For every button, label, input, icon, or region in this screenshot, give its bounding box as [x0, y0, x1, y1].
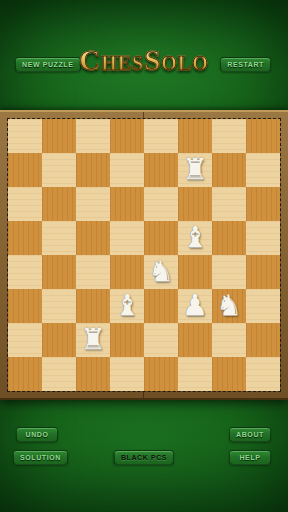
chessolo-app-screen: NEW PUZZLE ChesSolo RESTART ♜♝♞♝♟♞♜ UNDO… [0, 0, 288, 512]
help-button[interactable]: HELP [229, 450, 271, 465]
board-square-f5[interactable]: ♝ [178, 221, 212, 255]
restart-button[interactable]: RESTART [220, 57, 271, 72]
board-square-c3[interactable] [76, 289, 110, 323]
board-square-d1[interactable] [110, 357, 144, 391]
board-square-c4[interactable] [76, 255, 110, 289]
board-square-h8[interactable] [246, 119, 280, 153]
chess-board[interactable]: ♜♝♞♝♟♞♜ [7, 118, 281, 392]
board-square-b6[interactable] [42, 187, 76, 221]
undo-button[interactable]: UNDO [16, 427, 58, 442]
board-square-a7[interactable] [8, 153, 42, 187]
white-bishop-d3[interactable]: ♝ [114, 291, 140, 320]
board-square-b5[interactable] [42, 221, 76, 255]
board-square-b7[interactable] [42, 153, 76, 187]
board-square-f1[interactable] [178, 357, 212, 391]
board-square-h7[interactable] [246, 153, 280, 187]
board-square-h1[interactable] [246, 357, 280, 391]
white-knight-e4[interactable]: ♞ [148, 257, 174, 286]
board-square-b2[interactable] [42, 323, 76, 357]
white-pawn-f3[interactable]: ♟ [182, 291, 208, 320]
board-square-b3[interactable] [42, 289, 76, 323]
board-square-g1[interactable] [212, 357, 246, 391]
board-square-a1[interactable] [8, 357, 42, 391]
board-square-a2[interactable] [8, 323, 42, 357]
board-square-e3[interactable] [144, 289, 178, 323]
board-frame: ♜♝♞♝♟♞♜ [0, 110, 288, 400]
board-square-g6[interactable] [212, 187, 246, 221]
board-square-c1[interactable] [76, 357, 110, 391]
board-square-g7[interactable] [212, 153, 246, 187]
board-square-f4[interactable] [178, 255, 212, 289]
board-square-f3[interactable]: ♟ [178, 289, 212, 323]
board-square-d3[interactable]: ♝ [110, 289, 144, 323]
board-square-d6[interactable] [110, 187, 144, 221]
board-square-g4[interactable] [212, 255, 246, 289]
board-square-f8[interactable] [178, 119, 212, 153]
board-square-c5[interactable] [76, 221, 110, 255]
board-square-b1[interactable] [42, 357, 76, 391]
board-square-f6[interactable] [178, 187, 212, 221]
board-square-e6[interactable] [144, 187, 178, 221]
board-square-g3[interactable]: ♞ [212, 289, 246, 323]
board-square-e8[interactable] [144, 119, 178, 153]
board-square-f7[interactable]: ♜ [178, 153, 212, 187]
board-square-c8[interactable] [76, 119, 110, 153]
frame-seam-bottom [143, 391, 144, 398]
board-square-g2[interactable] [212, 323, 246, 357]
board-square-a8[interactable] [8, 119, 42, 153]
board-square-d4[interactable] [110, 255, 144, 289]
board-square-d2[interactable] [110, 323, 144, 357]
board-square-a6[interactable] [8, 187, 42, 221]
frame-seam-top [143, 112, 144, 119]
white-rook-f7[interactable]: ♜ [182, 155, 208, 184]
board-square-d5[interactable] [110, 221, 144, 255]
board-square-a3[interactable] [8, 289, 42, 323]
board-square-h2[interactable] [246, 323, 280, 357]
board-square-d8[interactable] [110, 119, 144, 153]
board-square-h6[interactable] [246, 187, 280, 221]
board-square-c6[interactable] [76, 187, 110, 221]
board-square-e5[interactable] [144, 221, 178, 255]
board-square-e4[interactable]: ♞ [144, 255, 178, 289]
board-square-d7[interactable] [110, 153, 144, 187]
board-square-h3[interactable] [246, 289, 280, 323]
board-square-b8[interactable] [42, 119, 76, 153]
board-square-e7[interactable] [144, 153, 178, 187]
board-square-g5[interactable] [212, 221, 246, 255]
board-square-h5[interactable] [246, 221, 280, 255]
board-square-c2[interactable]: ♜ [76, 323, 110, 357]
board-square-g8[interactable] [212, 119, 246, 153]
board-square-c7[interactable] [76, 153, 110, 187]
white-bishop-f5[interactable]: ♝ [182, 223, 208, 252]
solution-button[interactable]: SOLUTION [13, 450, 68, 465]
board-square-e1[interactable] [144, 357, 178, 391]
board-square-b4[interactable] [42, 255, 76, 289]
board-square-f2[interactable] [178, 323, 212, 357]
black-pieces-button[interactable]: BLACK PCS [114, 450, 174, 465]
white-knight-g3[interactable]: ♞ [216, 291, 242, 320]
board-square-h4[interactable] [246, 255, 280, 289]
about-button[interactable]: ABOUT [229, 427, 271, 442]
white-rook-c2[interactable]: ♜ [80, 325, 106, 354]
board-square-a4[interactable] [8, 255, 42, 289]
board-square-a5[interactable] [8, 221, 42, 255]
board-square-e2[interactable] [144, 323, 178, 357]
